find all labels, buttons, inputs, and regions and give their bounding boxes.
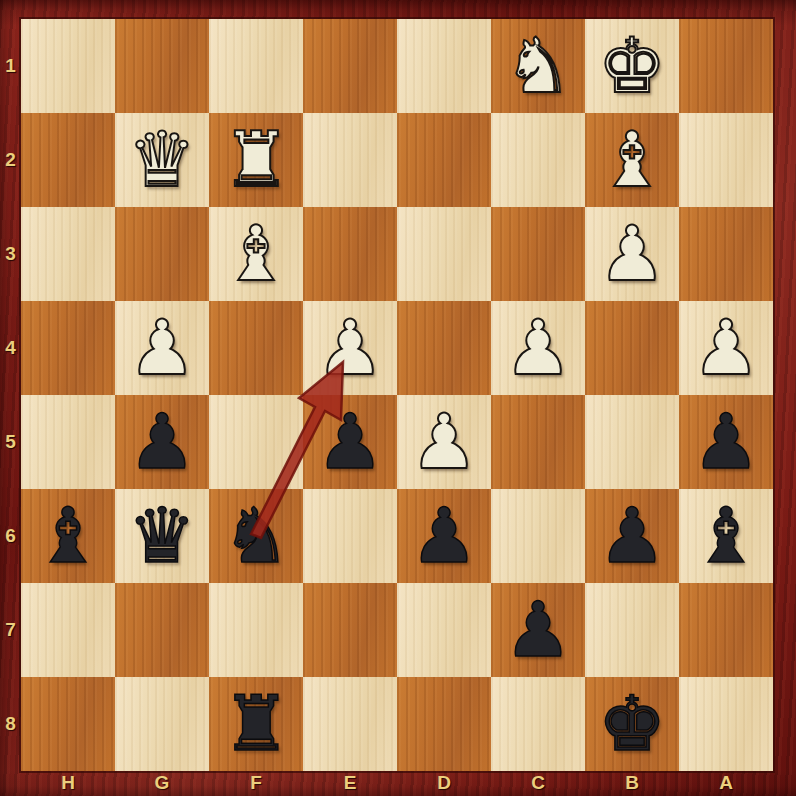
- square-b3[interactable]: ♟: [585, 207, 679, 301]
- white-pawn-e4[interactable]: ♟: [303, 301, 397, 395]
- square-e7[interactable]: [303, 583, 397, 677]
- square-b4[interactable]: [585, 301, 679, 395]
- square-g1[interactable]: [115, 19, 209, 113]
- square-a7[interactable]: [679, 583, 773, 677]
- square-e8[interactable]: [303, 677, 397, 771]
- rank-label-4: 4: [0, 301, 21, 395]
- square-f7[interactable]: [209, 583, 303, 677]
- black-pawn-c7[interactable]: ♟: [491, 583, 585, 677]
- square-g8[interactable]: [115, 677, 209, 771]
- square-e3[interactable]: [303, 207, 397, 301]
- rank-label-2: 2: [0, 113, 21, 207]
- file-label-g: G: [115, 771, 209, 796]
- black-bishop-a6[interactable]: ♝: [679, 489, 773, 583]
- file-label-e: E: [303, 771, 397, 796]
- square-d1[interactable]: [397, 19, 491, 113]
- white-queen-g2[interactable]: ♛: [115, 113, 209, 207]
- square-c4[interactable]: ♟: [491, 301, 585, 395]
- square-h3[interactable]: [21, 207, 115, 301]
- white-knight-c1[interactable]: ♞: [491, 19, 585, 113]
- file-label-d: D: [397, 771, 491, 796]
- square-f1[interactable]: [209, 19, 303, 113]
- square-a2[interactable]: [679, 113, 773, 207]
- square-c5[interactable]: [491, 395, 585, 489]
- square-f6[interactable]: ♞: [209, 489, 303, 583]
- square-c3[interactable]: [491, 207, 585, 301]
- black-pawn-e5[interactable]: ♟: [303, 395, 397, 489]
- square-f5[interactable]: [209, 395, 303, 489]
- white-pawn-a4[interactable]: ♟: [679, 301, 773, 395]
- square-e1[interactable]: [303, 19, 397, 113]
- square-e4[interactable]: ♟: [303, 301, 397, 395]
- square-d2[interactable]: [397, 113, 491, 207]
- square-a1[interactable]: [679, 19, 773, 113]
- square-g5[interactable]: ♟: [115, 395, 209, 489]
- square-h5[interactable]: [21, 395, 115, 489]
- black-pawn-b6[interactable]: ♟: [585, 489, 679, 583]
- square-d5[interactable]: ♟: [397, 395, 491, 489]
- white-pawn-d5[interactable]: ♟: [397, 395, 491, 489]
- file-label-c: C: [491, 771, 585, 796]
- white-bishop-b2[interactable]: ♝: [585, 113, 679, 207]
- file-labels: HGFEDCBA: [21, 771, 773, 796]
- square-f2[interactable]: ♜: [209, 113, 303, 207]
- white-pawn-c4[interactable]: ♟: [491, 301, 585, 395]
- square-a4[interactable]: ♟: [679, 301, 773, 395]
- rank-label-3: 3: [0, 207, 21, 301]
- black-king-b8[interactable]: ♚: [585, 677, 679, 771]
- white-bishop-f3[interactable]: ♝: [209, 207, 303, 301]
- file-label-f: F: [209, 771, 303, 796]
- square-h6[interactable]: ♝: [21, 489, 115, 583]
- square-c7[interactable]: ♟: [491, 583, 585, 677]
- square-d8[interactable]: [397, 677, 491, 771]
- square-b2[interactable]: ♝: [585, 113, 679, 207]
- black-knight-f6[interactable]: ♞: [209, 489, 303, 583]
- square-b1[interactable]: ♚: [585, 19, 679, 113]
- file-label-a: A: [679, 771, 773, 796]
- board-grid: ♞♚♛♜♝♝♟♟♟♟♟♟♟♟♟♝♛♞♟♟♝♟♜♚: [21, 19, 773, 771]
- square-f8[interactable]: ♜: [209, 677, 303, 771]
- rank-label-8: 8: [0, 677, 21, 771]
- black-bishop-h6[interactable]: ♝: [21, 489, 115, 583]
- white-rook-f2[interactable]: ♜: [209, 113, 303, 207]
- white-king-b1[interactable]: ♚: [585, 19, 679, 113]
- black-rook-f8[interactable]: ♜: [209, 677, 303, 771]
- square-d3[interactable]: [397, 207, 491, 301]
- black-queen-g6[interactable]: ♛: [115, 489, 209, 583]
- square-e2[interactable]: [303, 113, 397, 207]
- board-frame: 12345678 ♞♚♛♜♝♝♟♟♟♟♟♟♟♟♟♝♛♞♟♟♝♟♜♚ HGFEDC…: [0, 0, 796, 796]
- rank-label-1: 1: [0, 19, 21, 113]
- square-g2[interactable]: ♛: [115, 113, 209, 207]
- white-pawn-b3[interactable]: ♟: [585, 207, 679, 301]
- square-f3[interactable]: ♝: [209, 207, 303, 301]
- white-pawn-g4[interactable]: ♟: [115, 301, 209, 395]
- black-pawn-a5[interactable]: ♟: [679, 395, 773, 489]
- square-a3[interactable]: [679, 207, 773, 301]
- square-g7[interactable]: [115, 583, 209, 677]
- square-g3[interactable]: [115, 207, 209, 301]
- square-b6[interactable]: ♟: [585, 489, 679, 583]
- square-f4[interactable]: [209, 301, 303, 395]
- square-a8[interactable]: [679, 677, 773, 771]
- square-a5[interactable]: ♟: [679, 395, 773, 489]
- rank-label-6: 6: [0, 489, 21, 583]
- square-c6[interactable]: [491, 489, 585, 583]
- square-d4[interactable]: [397, 301, 491, 395]
- rank-label-7: 7: [0, 583, 21, 677]
- square-b8[interactable]: ♚: [585, 677, 679, 771]
- square-c1[interactable]: ♞: [491, 19, 585, 113]
- square-d7[interactable]: [397, 583, 491, 677]
- square-h2[interactable]: [21, 113, 115, 207]
- square-h8[interactable]: [21, 677, 115, 771]
- square-g6[interactable]: ♛: [115, 489, 209, 583]
- square-h7[interactable]: [21, 583, 115, 677]
- square-a6[interactable]: ♝: [679, 489, 773, 583]
- square-c2[interactable]: [491, 113, 585, 207]
- square-d6[interactable]: ♟: [397, 489, 491, 583]
- file-label-h: H: [21, 771, 115, 796]
- square-c8[interactable]: [491, 677, 585, 771]
- rank-label-5: 5: [0, 395, 21, 489]
- square-e6[interactable]: [303, 489, 397, 583]
- rank-labels: 12345678: [0, 19, 21, 771]
- square-g4[interactable]: ♟: [115, 301, 209, 395]
- black-pawn-d6[interactable]: ♟: [397, 489, 491, 583]
- square-b5[interactable]: [585, 395, 679, 489]
- square-e5[interactable]: ♟: [303, 395, 397, 489]
- file-label-b: B: [585, 771, 679, 796]
- square-h1[interactable]: [21, 19, 115, 113]
- square-h4[interactable]: [21, 301, 115, 395]
- black-pawn-g5[interactable]: ♟: [115, 395, 209, 489]
- square-b7[interactable]: [585, 583, 679, 677]
